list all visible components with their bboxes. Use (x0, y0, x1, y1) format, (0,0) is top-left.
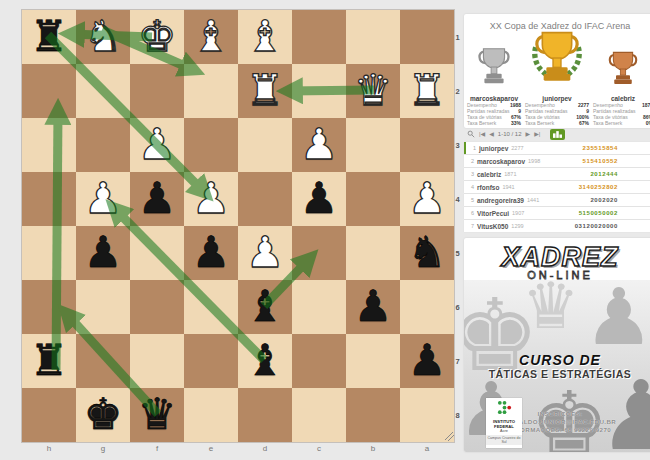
standings-row-rfonfso[interactable]: 4rfonfso19413140252802 (464, 181, 650, 193)
stat-value: 33% (511, 120, 521, 126)
square-b5[interactable] (346, 226, 400, 280)
square-e3[interactable] (184, 118, 238, 172)
chess-board: ♜♞♚♝♝♜♛♜♟♟♟♟♟♟♟♟♟♟♞♝♟♜♝♟♚♛ (22, 10, 454, 442)
photo-chess-piece: ♛ (522, 280, 579, 338)
square-d7[interactable]: ♝ (238, 334, 292, 388)
square-a7[interactable]: ♟ (400, 334, 454, 388)
player-name: marcoskaparov (477, 158, 525, 165)
square-f8[interactable]: ♛ (130, 388, 184, 442)
player-rank: 3 (464, 171, 474, 177)
square-a6[interactable] (400, 280, 454, 334)
search-icon[interactable] (467, 130, 475, 138)
podium-icon (553, 131, 562, 138)
file-label-h: h (22, 444, 76, 453)
pager-prev-button[interactable]: ◀ (489, 129, 494, 139)
rank-label-6: 6 (453, 280, 462, 334)
square-f1[interactable]: ♚ (130, 10, 184, 64)
player-scores: 235515854 (583, 145, 618, 151)
if-logo-icon (497, 400, 512, 415)
black-pawn[interactable]: ♟ (346, 280, 400, 334)
square-a3[interactable] (400, 118, 454, 172)
player-rank: 6 (464, 210, 474, 216)
gold-trophy-icon (522, 26, 592, 94)
square-b2[interactable]: ♛ (346, 64, 400, 118)
podium-player-name[interactable]: calebriz (590, 95, 650, 102)
bronze-trophy-icon (590, 48, 650, 94)
square-h7[interactable]: ♜ (22, 334, 76, 388)
rank-label-1: 1 (453, 10, 462, 64)
square-d3[interactable] (238, 118, 292, 172)
square-g1[interactable]: ♞ (76, 10, 130, 64)
black-pawn[interactable]: ♟ (76, 226, 130, 280)
rank-label-3: 3 (453, 118, 462, 172)
file-label-e: e (184, 444, 238, 453)
player-rank: 5 (464, 197, 474, 203)
rank-label-8: 8 (453, 388, 462, 442)
instituto-federal-logo: INSTITUTO FEDERAL Acre Campus Cruzeiro d… (486, 398, 522, 448)
square-h4[interactable] (22, 172, 76, 226)
player-name: VitusK050 (477, 223, 508, 230)
white-rook[interactable]: ♜ (238, 64, 292, 118)
square-c2[interactable] (292, 64, 346, 118)
player-rating: 2277 (511, 145, 523, 151)
player-name: VitorPecui (477, 210, 509, 217)
stat-value: 1871 (642, 102, 650, 108)
rank-label-7: 7 (453, 334, 462, 388)
square-g5[interactable]: ♟ (76, 226, 130, 280)
poster: XADREZ ON-LINE ♚ ♟ ♛ ♟ ♟ ♚ CURSO DE TÁTI… (464, 238, 650, 452)
black-pawn[interactable]: ♟ (400, 334, 454, 388)
square-d5[interactable]: ♟ (238, 226, 292, 280)
black-knight[interactable]: ♞ (400, 226, 454, 280)
file-label-a: a (400, 444, 454, 453)
player-rating: 1871 (504, 171, 516, 177)
square-d8[interactable] (238, 388, 292, 442)
player-rating: 1441 (527, 197, 539, 203)
square-h3[interactable] (22, 118, 76, 172)
rank-label-2: 2 (453, 64, 462, 118)
square-c4[interactable]: ♟ (292, 172, 346, 226)
podium-player-name[interactable]: juniorpev (522, 95, 592, 102)
square-e4[interactable]: ♟ (184, 172, 238, 226)
square-f4[interactable]: ♟ (130, 172, 184, 226)
silver-trophy-icon (464, 44, 524, 94)
player-rank: 1 (466, 145, 476, 151)
player-scores: 515410552 (583, 158, 618, 164)
square-d4[interactable] (238, 172, 292, 226)
black-queen[interactable]: ♛ (130, 388, 184, 442)
square-d1[interactable]: ♝ (238, 10, 292, 64)
square-b6[interactable]: ♟ (346, 280, 400, 334)
pager-last-button[interactable]: ▶| (534, 129, 540, 139)
player-rank: 7 (464, 223, 474, 229)
player-name: rfonfso (477, 184, 499, 191)
square-f3[interactable]: ♟ (130, 118, 184, 172)
sidebar: XX Copa de Xadrez do IFAC Arena marcoska… (462, 0, 650, 460)
black-bishop[interactable]: ♝ (238, 334, 292, 388)
player-scores: 03120020000 (575, 223, 618, 229)
black-pawn[interactable]: ♟ (292, 172, 346, 226)
logo-name: INSTITUTO FEDERAL (486, 420, 522, 429)
player-name: andregoreira39 (477, 197, 524, 204)
square-g4[interactable]: ♟ (76, 172, 130, 226)
square-h8[interactable] (22, 388, 76, 442)
square-f7[interactable] (130, 334, 184, 388)
square-d2[interactable]: ♜ (238, 64, 292, 118)
course-subtitle: TÁTICAS E ESTRATÉGIAS (464, 368, 650, 380)
poster-photo: ♚ ♟ ♛ ♟ ♟ ♚ CURSO DE TÁTICAS E ESTRATÉGI… (464, 280, 650, 452)
photo-chess-piece: ♟ (584, 280, 650, 356)
square-g8[interactable]: ♚ (76, 388, 130, 442)
black-pawn[interactable]: ♟ (184, 226, 238, 280)
white-bishop[interactable]: ♝ (184, 10, 238, 64)
stat-label: Taxa Berserk (467, 120, 496, 126)
square-g2[interactable] (76, 64, 130, 118)
player-scores: 5150050002 (579, 210, 618, 216)
player-rank: 2 (464, 158, 474, 164)
white-pawn[interactable]: ♟ (238, 226, 292, 280)
player-name: calebriz (477, 171, 501, 178)
player-rating: 1998 (528, 158, 540, 164)
square-a1[interactable] (400, 10, 454, 64)
file-label-d: d (238, 444, 292, 453)
square-e5[interactable]: ♟ (184, 226, 238, 280)
logo-campus: Campus Cruzeiro do Sul (486, 435, 522, 445)
podium-col-juniorpev: juniorpevDesempenho2277Partidas realizad… (522, 26, 592, 126)
white-knight[interactable]: ♞ (76, 10, 130, 64)
podium-player-name[interactable]: marcoskaparov (464, 95, 524, 102)
file-label-b: b (346, 444, 400, 453)
stat-value: 67% (579, 120, 589, 126)
black-rook[interactable]: ♜ (22, 334, 76, 388)
square-e1[interactable]: ♝ (184, 10, 238, 64)
white-pawn[interactable]: ♟ (292, 118, 346, 172)
stat-label: Taxa Berserk (525, 120, 554, 126)
standings-toolbar: |◀ ◀ 1-10 / 12 ▶ ▶| (464, 128, 650, 140)
player-scores: 3140252802 (579, 184, 618, 190)
square-e2[interactable] (184, 64, 238, 118)
square-a5[interactable]: ♞ (400, 226, 454, 280)
player-scores: 2012444 (590, 171, 618, 177)
square-c3[interactable]: ♟ (292, 118, 346, 172)
square-c5[interactable] (292, 226, 346, 280)
player-scores: 2002020 (590, 197, 618, 203)
logo-sub: Acre (486, 429, 522, 433)
pager-range: 1-10 / 12 (498, 131, 522, 137)
square-g6[interactable] (76, 280, 130, 334)
square-g7[interactable] (76, 334, 130, 388)
square-g3[interactable] (76, 118, 130, 172)
stat-label: Taxa Berserk (593, 120, 622, 126)
rank-label-4: 4 (453, 172, 462, 226)
standings-list: 1juniorpev22772355158542marcoskaparov199… (464, 142, 650, 233)
white-pawn[interactable]: ♟ (76, 172, 130, 226)
podium-toggle-button[interactable] (550, 129, 565, 140)
standings-row-calebriz[interactable]: 3calebriz18712012444 (464, 168, 650, 180)
podium-col-marcoskaparov: marcoskaparovDesempenho1988Partidas real… (464, 44, 524, 126)
square-h2[interactable] (22, 64, 76, 118)
square-f6[interactable] (130, 280, 184, 334)
white-king[interactable]: ♚ (130, 10, 184, 64)
tournament-card: XX Copa de Xadrez do IFAC Arena marcoska… (464, 14, 650, 128)
black-king[interactable]: ♚ (76, 388, 130, 442)
white-queen[interactable]: ♛ (346, 64, 400, 118)
square-d6[interactable]: ♝ (238, 280, 292, 334)
file-label-g: g (76, 444, 130, 453)
square-a2[interactable]: ♜ (400, 64, 454, 118)
file-label-f: f (130, 444, 184, 453)
player-rank: 4 (464, 184, 474, 190)
square-b4[interactable] (346, 172, 400, 226)
stat-value: 0% (646, 120, 650, 126)
board-resize-handle[interactable] (443, 430, 454, 441)
standings-row-andregoreira39[interactable]: 5andregoreira3914412002020 (464, 194, 650, 206)
square-a4[interactable]: ♟ (400, 172, 454, 226)
pager-first-button[interactable]: |◀ (479, 129, 485, 139)
file-label-c: c (292, 444, 346, 453)
standings-row-marcoskaparov[interactable]: 2marcoskaparov1998515410552 (464, 155, 650, 167)
square-h6[interactable] (22, 280, 76, 334)
standings-row-VitusK050[interactable]: 7VitusK050129903120020000 (464, 220, 650, 232)
square-b3[interactable] (346, 118, 400, 172)
square-c7[interactable] (292, 334, 346, 388)
square-c6[interactable] (292, 280, 346, 334)
square-f5[interactable] (130, 226, 184, 280)
square-c8[interactable] (292, 388, 346, 442)
white-pawn[interactable]: ♟ (400, 172, 454, 226)
square-b8[interactable] (346, 388, 400, 442)
white-pawn[interactable]: ♟ (130, 118, 184, 172)
player-rating: 1299 (511, 223, 523, 229)
standings-row-VitorPecui[interactable]: 6VitorPecui19075150050002 (464, 207, 650, 219)
square-e8[interactable] (184, 388, 238, 442)
white-bishop[interactable]: ♝ (238, 10, 292, 64)
black-bishop[interactable]: ♝ (238, 280, 292, 334)
square-h5[interactable] (22, 226, 76, 280)
square-h1[interactable]: ♜ (22, 10, 76, 64)
player-rating: 1941 (502, 184, 514, 190)
podium-col-calebriz: calebrizDesempenho1871Partidas realizada… (590, 48, 650, 126)
player-rating: 1907 (512, 210, 524, 216)
black-rook[interactable]: ♜ (22, 10, 76, 64)
course-title: CURSO DE (464, 352, 650, 368)
square-f2[interactable] (130, 64, 184, 118)
square-b7[interactable] (346, 334, 400, 388)
white-pawn[interactable]: ♟ (184, 172, 238, 226)
pager-next-button[interactable]: ▶ (526, 129, 531, 139)
white-rook[interactable]: ♜ (400, 64, 454, 118)
square-e7[interactable] (184, 334, 238, 388)
square-b1[interactable] (346, 10, 400, 64)
square-c1[interactable] (292, 10, 346, 64)
rank-label-5: 5 (453, 226, 462, 280)
player-name: juniorpev (479, 145, 508, 152)
black-pawn[interactable]: ♟ (130, 172, 184, 226)
square-e6[interactable] (184, 280, 238, 334)
standings-row-juniorpev[interactable]: 1juniorpev2277235515854 (464, 142, 650, 154)
